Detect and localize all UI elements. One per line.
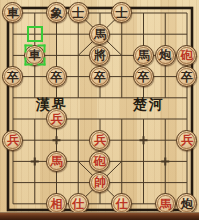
piece-black-馬[interactable]: 馬	[133, 45, 154, 66]
piece-black-卒[interactable]: 卒	[2, 66, 23, 87]
piece-black-卒[interactable]: 卒	[46, 66, 67, 87]
piece-layer: 車象士士馬車將馬炮砲卒卒卒卒卒兵兵兵兵馬砲帥相仕仕馬炮	[2, 2, 198, 214]
piece-red-砲[interactable]: 砲	[176, 45, 197, 66]
piece-black-車[interactable]: 車	[2, 2, 23, 23]
piece-black-士[interactable]: 士	[111, 2, 132, 23]
piece-black-炮[interactable]: 炮	[155, 45, 176, 66]
piece-red-兵[interactable]: 兵	[176, 130, 197, 151]
board-bottom-edge	[0, 212, 199, 220]
piece-red-帥[interactable]: 帥	[89, 172, 110, 193]
piece-black-象[interactable]: 象	[46, 2, 67, 23]
piece-black-卒[interactable]: 卒	[133, 66, 154, 87]
piece-red-兵[interactable]: 兵	[89, 130, 110, 151]
piece-red-砲[interactable]: 砲	[89, 151, 110, 172]
piece-black-卒[interactable]: 卒	[89, 66, 110, 87]
piece-red-兵[interactable]: 兵	[2, 130, 23, 151]
piece-black-卒[interactable]: 卒	[176, 66, 197, 87]
piece-black-車[interactable]: 車	[24, 45, 45, 66]
piece-black-士[interactable]: 士	[68, 2, 89, 23]
xiangqi-board: 漢界 楚河 車象士士馬車將馬炮砲卒卒卒卒卒兵兵兵兵馬砲帥相仕仕馬炮	[0, 0, 199, 220]
piece-red-兵[interactable]: 兵	[46, 108, 67, 129]
piece-black-將[interactable]: 將	[89, 45, 110, 66]
piece-red-馬[interactable]: 馬	[46, 151, 67, 172]
piece-black-馬[interactable]: 馬	[89, 24, 110, 45]
